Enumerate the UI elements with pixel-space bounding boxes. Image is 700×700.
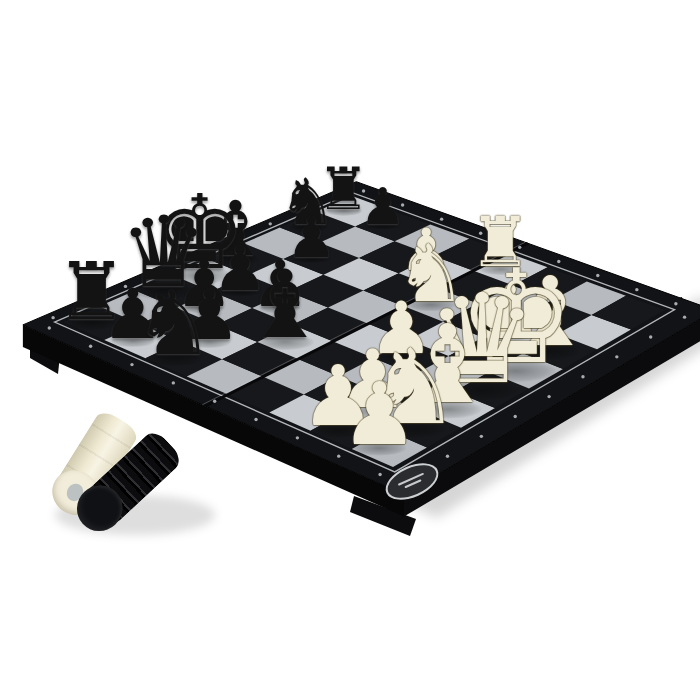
rivet bbox=[518, 246, 521, 249]
rivet bbox=[440, 217, 443, 220]
rivet bbox=[124, 285, 127, 288]
product-photo-scene: ♜♛♚♝♞♜♟♟♟♟♟♞♟♟♝♟♜♞♟♟♟♟♟♞♝♛♚♝ bbox=[0, 0, 700, 700]
rivet bbox=[362, 189, 365, 192]
rivet bbox=[341, 191, 344, 194]
rivet bbox=[88, 300, 91, 303]
chess-board bbox=[0, 0, 700, 700]
rivet bbox=[296, 436, 299, 439]
rivet bbox=[196, 253, 199, 256]
rivet bbox=[514, 415, 517, 418]
rivet bbox=[378, 473, 381, 476]
rivet bbox=[479, 232, 482, 235]
rivet bbox=[615, 355, 618, 358]
rivet bbox=[48, 326, 51, 329]
rivet bbox=[254, 418, 257, 421]
rivet bbox=[674, 302, 677, 305]
rivet bbox=[172, 381, 175, 384]
rivet bbox=[269, 222, 272, 225]
rivet bbox=[547, 395, 550, 398]
rivet bbox=[683, 315, 686, 318]
rivet bbox=[160, 269, 163, 272]
rivet bbox=[480, 435, 483, 438]
rivet bbox=[89, 345, 92, 348]
rivet bbox=[596, 274, 599, 277]
rivet bbox=[305, 207, 308, 210]
rivet bbox=[51, 316, 54, 319]
rivet bbox=[401, 203, 404, 206]
rivet bbox=[130, 363, 133, 366]
rivet bbox=[446, 454, 449, 457]
rivet bbox=[649, 335, 652, 338]
rivet bbox=[635, 288, 638, 291]
rivet bbox=[337, 454, 340, 457]
rivet bbox=[232, 238, 235, 241]
rivet bbox=[213, 400, 216, 403]
rivet bbox=[557, 260, 560, 263]
rivet bbox=[581, 375, 584, 378]
